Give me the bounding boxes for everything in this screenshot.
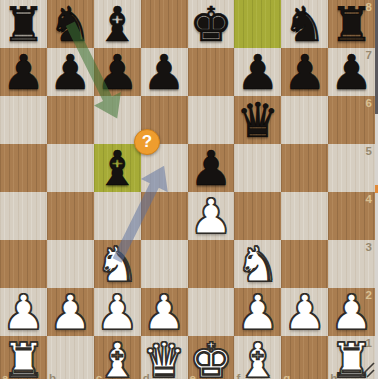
piece-black-rook[interactable]: ♜	[330, 0, 373, 48]
square-b8[interactable]: ♞	[47, 0, 94, 48]
square-c1[interactable]: ♝c	[94, 336, 141, 379]
square-f8[interactable]	[234, 0, 281, 48]
square-e8[interactable]: ♚	[188, 0, 235, 48]
square-a1[interactable]: ♜a	[0, 336, 47, 379]
square-c3[interactable]: ♞	[94, 240, 141, 288]
square-c6[interactable]	[94, 96, 141, 144]
square-e3[interactable]	[188, 240, 235, 288]
square-c8[interactable]: ♝	[94, 0, 141, 48]
piece-white-pawn[interactable]: ♟	[236, 288, 279, 336]
square-g6[interactable]	[281, 96, 328, 144]
square-e4[interactable]: ♟	[188, 192, 235, 240]
square-b7[interactable]: ♟	[47, 48, 94, 96]
piece-white-pawn[interactable]: ♟	[330, 288, 373, 336]
piece-black-rook[interactable]: ♜	[2, 0, 45, 48]
piece-black-pawn[interactable]: ♟	[2, 48, 45, 96]
square-b3[interactable]	[47, 240, 94, 288]
square-h5[interactable]: 5	[328, 144, 375, 192]
square-b1[interactable]: b	[47, 336, 94, 379]
square-b5[interactable]	[47, 144, 94, 192]
square-h2[interactable]: ♟2	[328, 288, 375, 336]
square-e2[interactable]	[188, 288, 235, 336]
square-f6[interactable]: ♛	[234, 96, 281, 144]
square-g8[interactable]: ♞	[281, 0, 328, 48]
piece-black-pawn[interactable]: ♟	[283, 48, 326, 96]
piece-black-queen[interactable]: ♛	[236, 96, 279, 144]
piece-black-pawn[interactable]: ♟	[96, 48, 139, 96]
square-a8[interactable]: ♜	[0, 0, 47, 48]
piece-black-pawn[interactable]: ♟	[143, 48, 186, 96]
square-f2[interactable]: ♟	[234, 288, 281, 336]
square-f4[interactable]	[234, 192, 281, 240]
file-label-b: b	[49, 372, 56, 379]
piece-white-pawn[interactable]: ♟	[143, 288, 186, 336]
square-e6[interactable]	[188, 96, 235, 144]
piece-white-knight[interactable]: ♞	[236, 240, 279, 288]
square-f1[interactable]: ♝f	[234, 336, 281, 379]
piece-black-knight[interactable]: ♞	[49, 0, 92, 48]
square-h7[interactable]: ♟7	[328, 48, 375, 96]
piece-white-pawn[interactable]: ♟	[283, 288, 326, 336]
square-d3[interactable]	[141, 240, 188, 288]
square-g3[interactable]	[281, 240, 328, 288]
piece-black-knight[interactable]: ♞	[283, 0, 326, 48]
square-h4[interactable]: 4	[328, 192, 375, 240]
square-c2[interactable]: ♟	[94, 288, 141, 336]
piece-white-pawn[interactable]: ♟	[189, 192, 232, 240]
square-d2[interactable]: ♟	[141, 288, 188, 336]
piece-white-bishop[interactable]: ♝	[96, 336, 139, 379]
square-h6[interactable]: 6	[328, 96, 375, 144]
square-h8[interactable]: ♜8	[328, 0, 375, 48]
square-a3[interactable]	[0, 240, 47, 288]
square-c5[interactable]: ♝	[94, 144, 141, 192]
square-a7[interactable]: ♟	[0, 48, 47, 96]
file-label-g: g	[283, 372, 290, 379]
square-b2[interactable]: ♟	[47, 288, 94, 336]
piece-black-bishop[interactable]: ♝	[96, 144, 139, 192]
square-a6[interactable]	[0, 96, 47, 144]
piece-black-bishop[interactable]: ♝	[96, 0, 139, 48]
square-b4[interactable]	[47, 192, 94, 240]
square-g2[interactable]: ♟	[281, 288, 328, 336]
piece-black-pawn[interactable]: ♟	[330, 48, 373, 96]
square-e1[interactable]: ♚e	[188, 336, 235, 379]
piece-white-pawn[interactable]: ♟	[2, 288, 45, 336]
mistake-badge-symbol: ?	[142, 132, 152, 152]
piece-white-king[interactable]: ♚	[189, 336, 232, 379]
square-c4[interactable]	[94, 192, 141, 240]
square-d7[interactable]: ♟	[141, 48, 188, 96]
rank-label-4: 4	[366, 193, 372, 205]
piece-black-pawn[interactable]: ♟	[236, 48, 279, 96]
piece-white-bishop[interactable]: ♝	[236, 336, 279, 379]
piece-white-knight[interactable]: ♞	[96, 240, 139, 288]
square-a4[interactable]	[0, 192, 47, 240]
square-e5[interactable]: ♟	[188, 144, 235, 192]
piece-white-rook[interactable]: ♜	[2, 336, 45, 379]
mistake-badge: ?	[134, 129, 160, 155]
analysis-board-stage: ♜♞♝♚♞♜8♟♟♟♟♟♟♟7♛6♝♟5♟4♞♞3♟♟♟♟♟♟♟2♜ab♝c♛d…	[0, 0, 378, 379]
square-d1[interactable]: ♛d	[141, 336, 188, 379]
piece-white-pawn[interactable]: ♟	[96, 288, 139, 336]
square-g7[interactable]: ♟	[281, 48, 328, 96]
square-f7[interactable]: ♟	[234, 48, 281, 96]
square-f5[interactable]	[234, 144, 281, 192]
square-d4[interactable]	[141, 192, 188, 240]
board-resize-handle[interactable]	[359, 362, 375, 378]
square-h3[interactable]: 3	[328, 240, 375, 288]
piece-black-pawn[interactable]: ♟	[189, 144, 232, 192]
rank-label-3: 3	[366, 241, 372, 253]
square-g5[interactable]	[281, 144, 328, 192]
rank-label-5: 5	[366, 145, 372, 157]
square-b6[interactable]	[47, 96, 94, 144]
piece-black-pawn[interactable]: ♟	[49, 48, 92, 96]
square-e7[interactable]	[188, 48, 235, 96]
square-a2[interactable]: ♟	[0, 288, 47, 336]
chess-board[interactable]: ♜♞♝♚♞♜8♟♟♟♟♟♟♟7♛6♝♟5♟4♞♞3♟♟♟♟♟♟♟2♜ab♝c♛d…	[0, 0, 375, 379]
piece-white-pawn[interactable]: ♟	[49, 288, 92, 336]
piece-black-king[interactable]: ♚	[189, 0, 232, 48]
square-d8[interactable]	[141, 0, 188, 48]
square-f3[interactable]: ♞	[234, 240, 281, 288]
square-c7[interactable]: ♟	[94, 48, 141, 96]
square-g1[interactable]: g	[281, 336, 328, 379]
square-g4[interactable]	[281, 192, 328, 240]
piece-white-queen[interactable]: ♛	[143, 336, 186, 379]
square-a5[interactable]	[0, 144, 47, 192]
